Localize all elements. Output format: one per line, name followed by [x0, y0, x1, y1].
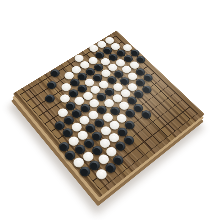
black-stone-glyph: ● — [49, 68, 62, 79]
black-stone-glyph: ● — [43, 93, 56, 104]
black-stone-glyph: ● — [45, 79, 58, 90]
black-stone[interactable]: ● — [43, 93, 56, 104]
stones-layer: ○●●○○●●○●●○●●○○○●●○●○○●●○●○●○●○○●●●○○●●○… — [13, 31, 205, 198]
go-board-photo: ○●●○○●●○●●○●●○○○●●○●○○●●○●○●○●○○●●●○○●●○… — [0, 0, 220, 220]
black-stone[interactable]: ● — [45, 79, 58, 90]
go-board: ○●●○○●●○●●○●●○○○●●○●○○●●○●○●○●○○●●●○○●●○… — [13, 31, 205, 198]
black-stone[interactable]: ● — [49, 68, 62, 79]
